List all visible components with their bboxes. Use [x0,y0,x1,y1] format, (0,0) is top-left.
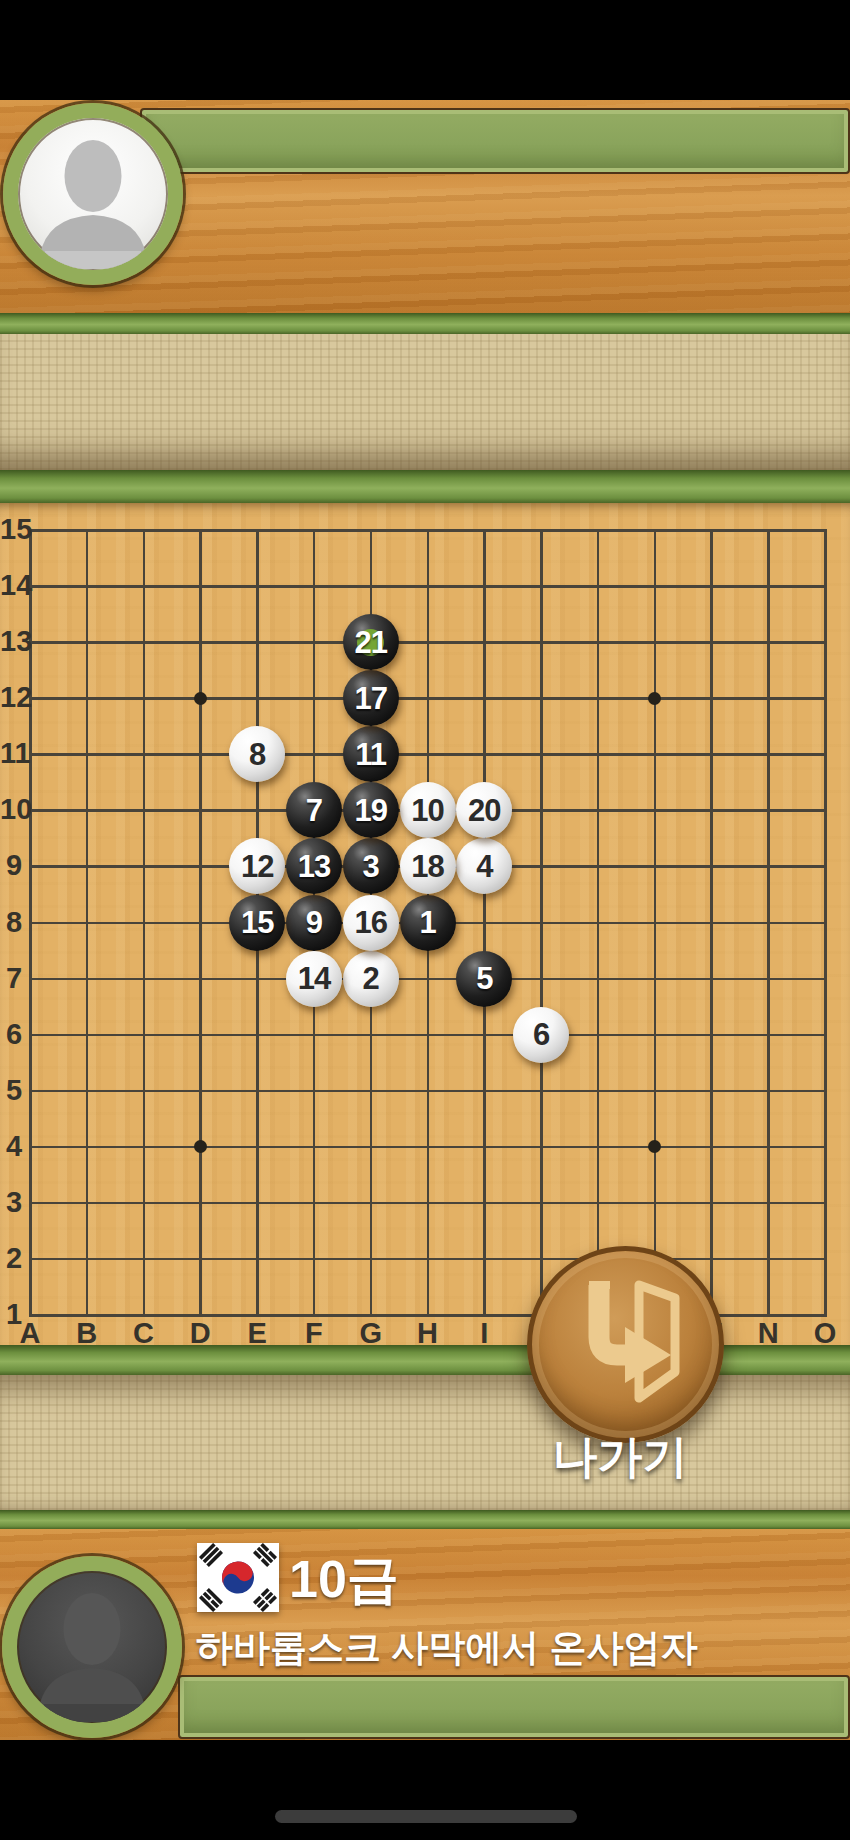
board[interactable] [0,503,850,1345]
player-avatar [2,1556,182,1738]
korea-flag-icon [197,1543,279,1612]
person-silhouette-icon [17,1571,167,1723]
exit-door-arrow-icon [565,1279,685,1409]
person-silhouette-icon [18,118,168,270]
exit-button[interactable] [527,1246,724,1443]
player-rank: 10급 [289,1553,399,1605]
divider-strip-1 [0,313,850,334]
exit-button-label: 나가기 [470,1434,770,1479]
player-name-bar [178,1675,850,1739]
opponent-avatar [3,103,183,285]
player-name: 하바롭스크 사막에서 온사업자 [196,1629,698,1666]
status-bar [0,0,850,100]
app-screen: 123456789101112131415ABCDEFGHIJKLMNO1234… [0,0,850,1840]
bottom-black-area [0,1740,850,1840]
home-indicator[interactable] [275,1810,577,1823]
divider-strip-2 [0,470,850,503]
opponent-name-bar [140,108,850,174]
divider-strip-4 [0,1510,850,1529]
beige-band-top [0,334,850,470]
